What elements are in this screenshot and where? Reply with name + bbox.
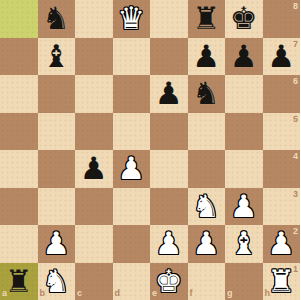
square-d4[interactable]: ♟ [113, 150, 151, 188]
square-b8[interactable]: ♞ [38, 0, 76, 38]
square-f5[interactable] [188, 113, 226, 151]
square-g1[interactable]: g [225, 263, 263, 300]
square-c7[interactable] [75, 38, 113, 76]
piece-white-queen[interactable]: ♛ [117, 0, 145, 37]
square-h3[interactable]: 3 [263, 188, 301, 226]
piece-black-king[interactable]: ♚ [230, 0, 258, 37]
square-f7[interactable]: ♟ [188, 38, 226, 76]
square-h5[interactable]: 5 [263, 113, 301, 151]
square-f1[interactable]: f [188, 263, 226, 300]
square-a8[interactable] [0, 0, 38, 38]
piece-white-pawn[interactable]: ♟ [192, 225, 220, 262]
rank-label-6: 6 [293, 77, 298, 86]
square-e1[interactable]: ♚e [150, 263, 188, 300]
square-e8[interactable] [150, 0, 188, 38]
square-d2[interactable] [113, 225, 151, 263]
square-a6[interactable] [0, 75, 38, 113]
square-a3[interactable] [0, 188, 38, 226]
piece-white-pawn[interactable]: ♟ [117, 150, 145, 187]
square-d7[interactable] [113, 38, 151, 76]
square-h6[interactable]: 6 [263, 75, 301, 113]
rank-label-3: 3 [293, 190, 298, 199]
square-e5[interactable] [150, 113, 188, 151]
square-e3[interactable] [150, 188, 188, 226]
square-a2[interactable] [0, 225, 38, 263]
file-label-f: f [190, 289, 193, 298]
square-b1[interactable]: ♞b [38, 263, 76, 300]
square-e4[interactable] [150, 150, 188, 188]
square-a1[interactable]: ♜a [0, 263, 38, 300]
rank-label-8: 8 [293, 2, 298, 11]
square-c6[interactable] [75, 75, 113, 113]
rank-label-5: 5 [293, 115, 298, 124]
square-a7[interactable] [0, 38, 38, 76]
square-c8[interactable] [75, 0, 113, 38]
square-c3[interactable] [75, 188, 113, 226]
piece-white-pawn[interactable]: ♟ [267, 225, 295, 262]
square-f2[interactable]: ♟ [188, 225, 226, 263]
piece-white-bishop[interactable]: ♝ [230, 225, 258, 262]
square-b2[interactable]: ♟ [38, 225, 76, 263]
square-g2[interactable]: ♝ [225, 225, 263, 263]
chess-board: ♞♛♜♚8♝♟♟♟7♟♞65♟♟4♞♟3♟♟♟♝♟2♜a♞bcd♚efg♜h1 [0, 0, 300, 300]
square-d6[interactable] [113, 75, 151, 113]
piece-white-king[interactable]: ♚ [155, 263, 183, 300]
square-a5[interactable] [0, 113, 38, 151]
square-d8[interactable]: ♛ [113, 0, 151, 38]
square-d5[interactable] [113, 113, 151, 151]
square-f8[interactable]: ♜ [188, 0, 226, 38]
piece-white-pawn[interactable]: ♟ [155, 225, 183, 262]
square-g3[interactable]: ♟ [225, 188, 263, 226]
square-g4[interactable] [225, 150, 263, 188]
piece-black-pawn[interactable]: ♟ [267, 38, 295, 75]
square-d1[interactable]: d [113, 263, 151, 300]
piece-black-pawn[interactable]: ♟ [80, 150, 108, 187]
piece-white-knight[interactable]: ♞ [192, 188, 220, 225]
square-b6[interactable] [38, 75, 76, 113]
piece-black-knight[interactable]: ♞ [192, 75, 220, 112]
file-label-c: c [77, 289, 82, 298]
square-e7[interactable] [150, 38, 188, 76]
square-f4[interactable] [188, 150, 226, 188]
piece-black-pawn[interactable]: ♟ [230, 38, 258, 75]
square-g8[interactable]: ♚ [225, 0, 263, 38]
square-h2[interactable]: ♟2 [263, 225, 301, 263]
square-e6[interactable]: ♟ [150, 75, 188, 113]
square-f3[interactable]: ♞ [188, 188, 226, 226]
square-c5[interactable] [75, 113, 113, 151]
piece-black-knight[interactable]: ♞ [42, 0, 70, 37]
square-b3[interactable] [38, 188, 76, 226]
piece-black-pawn[interactable]: ♟ [155, 75, 183, 112]
square-b5[interactable] [38, 113, 76, 151]
square-a4[interactable] [0, 150, 38, 188]
square-b4[interactable] [38, 150, 76, 188]
file-label-d: d [115, 289, 121, 298]
file-label-g: g [227, 289, 233, 298]
square-f6[interactable]: ♞ [188, 75, 226, 113]
rank-label-4: 4 [293, 152, 298, 161]
piece-white-rook[interactable]: ♜ [267, 263, 295, 300]
square-b7[interactable]: ♝ [38, 38, 76, 76]
square-e2[interactable]: ♟ [150, 225, 188, 263]
square-g6[interactable] [225, 75, 263, 113]
square-h8[interactable]: 8 [263, 0, 301, 38]
square-h1[interactable]: ♜h1 [263, 263, 301, 300]
piece-black-rook[interactable]: ♜ [5, 263, 33, 300]
square-c4[interactable]: ♟ [75, 150, 113, 188]
square-c2[interactable] [75, 225, 113, 263]
square-d3[interactable] [113, 188, 151, 226]
square-c1[interactable]: c [75, 263, 113, 300]
piece-black-rook[interactable]: ♜ [192, 0, 220, 37]
square-h7[interactable]: ♟7 [263, 38, 301, 76]
piece-white-pawn[interactable]: ♟ [42, 225, 70, 262]
piece-white-pawn[interactable]: ♟ [230, 188, 258, 225]
piece-black-bishop[interactable]: ♝ [42, 38, 70, 75]
piece-white-knight[interactable]: ♞ [42, 263, 70, 300]
square-g5[interactable] [225, 113, 263, 151]
piece-black-pawn[interactable]: ♟ [192, 38, 220, 75]
square-g7[interactable]: ♟ [225, 38, 263, 76]
square-h4[interactable]: 4 [263, 150, 301, 188]
